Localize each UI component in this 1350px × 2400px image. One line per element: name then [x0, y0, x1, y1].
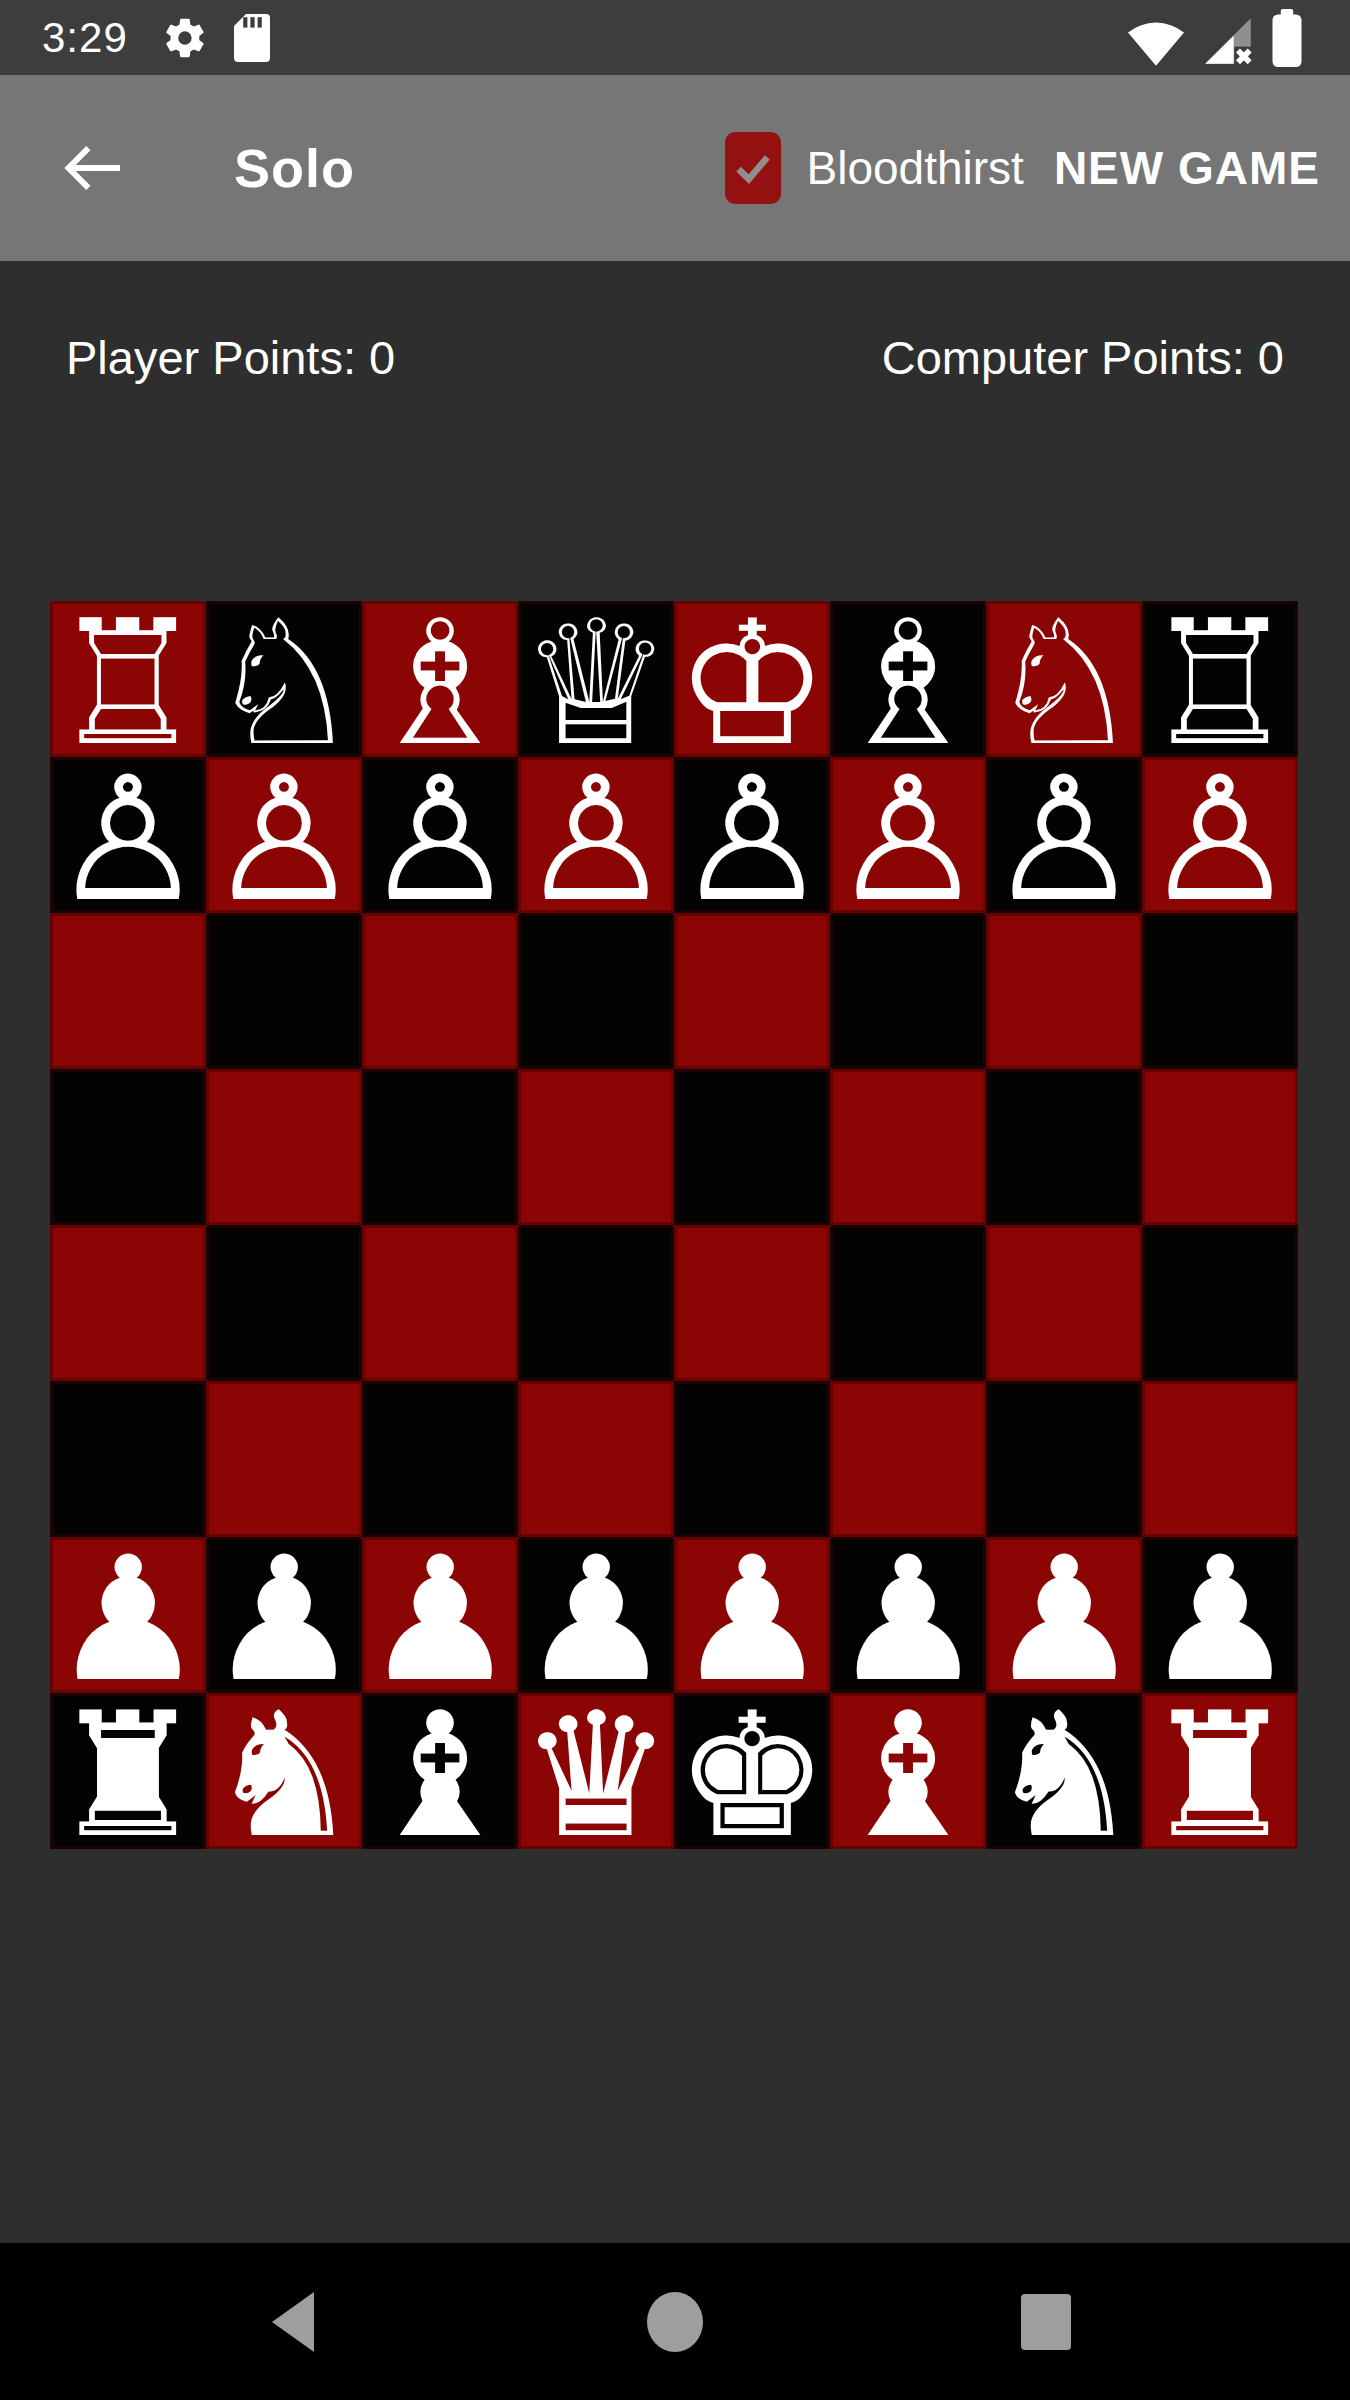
- page-title: Solo: [234, 137, 355, 199]
- square-b2[interactable]: ♟: [206, 1537, 362, 1693]
- square-c7[interactable]: ♙: [362, 757, 518, 913]
- checkmark-icon: [730, 145, 776, 191]
- piece-black-pawn[interactable]: ♙: [987, 762, 1141, 918]
- square-c3[interactable]: [362, 1381, 518, 1537]
- square-a1[interactable]: ♜: [50, 1693, 206, 1849]
- square-f8[interactable]: ♗: [830, 601, 986, 757]
- square-b8[interactable]: ♘: [206, 601, 362, 757]
- cell-signal-no-internet-icon: [1202, 15, 1254, 67]
- square-h2[interactable]: ♟: [1142, 1537, 1298, 1693]
- square-a7[interactable]: ♙: [50, 757, 206, 913]
- player-points-text: Player Points: 0: [66, 330, 395, 385]
- square-e1[interactable]: ♚: [674, 1693, 830, 1849]
- square-d4[interactable]: [518, 1225, 674, 1381]
- piece-white-bishop[interactable]: ♝: [363, 1698, 517, 1854]
- square-d8[interactable]: ♕: [518, 601, 674, 757]
- square-d1[interactable]: ♛: [518, 1693, 674, 1849]
- square-d7[interactable]: ♙: [518, 757, 674, 913]
- square-g5[interactable]: [986, 1069, 1142, 1225]
- status-bar: 3:29: [0, 0, 1350, 75]
- piece-white-king[interactable]: ♚: [675, 1698, 829, 1854]
- piece-black-pawn[interactable]: ♙: [675, 762, 829, 918]
- square-h4[interactable]: [1142, 1225, 1298, 1381]
- square-h5[interactable]: [1142, 1069, 1298, 1225]
- square-a3[interactable]: [50, 1381, 206, 1537]
- nav-home-icon[interactable]: [647, 2292, 703, 2352]
- chess-app-screen: 3:29: [0, 0, 1350, 2400]
- square-d3[interactable]: [518, 1381, 674, 1537]
- square-d2[interactable]: ♟: [518, 1537, 674, 1693]
- sd-card-icon: [234, 14, 270, 62]
- square-h7[interactable]: ♙: [1142, 757, 1298, 913]
- square-a8[interactable]: ♖: [50, 601, 206, 757]
- bloodthirst-checkbox[interactable]: [725, 132, 781, 204]
- square-b4[interactable]: [206, 1225, 362, 1381]
- square-f4[interactable]: [830, 1225, 986, 1381]
- new-game-button[interactable]: NEW GAME: [1054, 141, 1320, 195]
- square-f2[interactable]: ♟: [830, 1537, 986, 1693]
- square-h8[interactable]: ♖: [1142, 601, 1298, 757]
- piece-white-knight[interactable]: ♞: [207, 1698, 361, 1854]
- square-d5[interactable]: [518, 1069, 674, 1225]
- square-c1[interactable]: ♝: [362, 1693, 518, 1849]
- square-c8[interactable]: ♗: [362, 601, 518, 757]
- square-g3[interactable]: [986, 1381, 1142, 1537]
- square-a2[interactable]: ♟: [50, 1537, 206, 1693]
- square-g1[interactable]: ♞: [986, 1693, 1142, 1849]
- status-left-icons: [162, 14, 270, 62]
- piece-black-pawn[interactable]: ♙: [831, 762, 985, 918]
- square-h3[interactable]: [1142, 1381, 1298, 1537]
- piece-black-pawn[interactable]: ♙: [207, 762, 361, 918]
- back-arrow-icon[interactable]: [64, 143, 122, 193]
- square-e8[interactable]: ♔: [674, 601, 830, 757]
- square-b7[interactable]: ♙: [206, 757, 362, 913]
- piece-black-pawn[interactable]: ♙: [51, 762, 205, 918]
- piece-black-pawn[interactable]: ♙: [1143, 762, 1297, 918]
- wifi-icon: [1126, 17, 1186, 67]
- bloodthirst-label[interactable]: Bloodthirst: [807, 141, 1024, 195]
- square-f7[interactable]: ♙: [830, 757, 986, 913]
- square-a4[interactable]: [50, 1225, 206, 1381]
- square-e4[interactable]: [674, 1225, 830, 1381]
- piece-white-knight[interactable]: ♞: [987, 1698, 1141, 1854]
- square-g8[interactable]: ♘: [986, 601, 1142, 757]
- square-e2[interactable]: ♟: [674, 1537, 830, 1693]
- square-h1[interactable]: ♜: [1142, 1693, 1298, 1849]
- nav-recents-icon[interactable]: [1021, 2294, 1071, 2350]
- piece-white-rook[interactable]: ♜: [51, 1698, 205, 1854]
- settings-gear-icon: [162, 15, 208, 61]
- square-c4[interactable]: [362, 1225, 518, 1381]
- square-b1[interactable]: ♞: [206, 1693, 362, 1849]
- piece-white-rook[interactable]: ♜: [1143, 1698, 1297, 1854]
- piece-black-pawn[interactable]: ♙: [363, 762, 517, 918]
- score-row: Player Points: 0 Computer Points: 0: [0, 330, 1350, 385]
- computer-points-text: Computer Points: 0: [882, 330, 1284, 385]
- status-right-icons: [1126, 9, 1304, 67]
- square-a5[interactable]: [50, 1069, 206, 1225]
- square-g2[interactable]: ♟: [986, 1537, 1142, 1693]
- app-bar: Solo Bloodthirst NEW GAME: [0, 75, 1350, 261]
- battery-icon: [1270, 9, 1304, 67]
- nav-back-icon[interactable]: [272, 2292, 314, 2352]
- piece-black-pawn[interactable]: ♙: [519, 762, 673, 918]
- square-c5[interactable]: [362, 1069, 518, 1225]
- piece-white-queen[interactable]: ♛: [519, 1698, 673, 1854]
- square-e7[interactable]: ♙: [674, 757, 830, 913]
- square-b3[interactable]: [206, 1381, 362, 1537]
- chess-board[interactable]: ♖♘♗♕♔♗♘♖♙♙♙♙♙♙♙♙♟♟♟♟♟♟♟♟♜♞♝♛♚♝♞♜: [50, 601, 1298, 1849]
- piece-white-bishop[interactable]: ♝: [831, 1698, 985, 1854]
- square-e5[interactable]: [674, 1069, 830, 1225]
- square-f5[interactable]: [830, 1069, 986, 1225]
- android-nav-bar: [0, 2243, 1350, 2400]
- square-g7[interactable]: ♙: [986, 757, 1142, 913]
- square-g4[interactable]: [986, 1225, 1142, 1381]
- square-b5[interactable]: [206, 1069, 362, 1225]
- square-f3[interactable]: [830, 1381, 986, 1537]
- clock-text: 3:29: [42, 14, 128, 62]
- square-e3[interactable]: [674, 1381, 830, 1537]
- square-f1[interactable]: ♝: [830, 1693, 986, 1849]
- square-c2[interactable]: ♟: [362, 1537, 518, 1693]
